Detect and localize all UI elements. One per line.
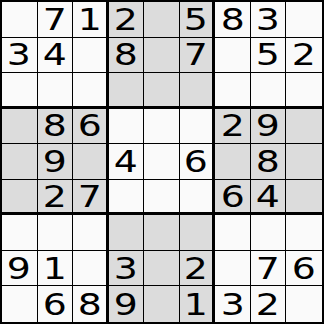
digit: 8: [77, 289, 101, 320]
cell-r9c6[interactable]: 1: [180, 286, 216, 322]
cell-r9c1[interactable]: [2, 286, 38, 322]
cell-r4c8[interactable]: 9: [251, 109, 287, 145]
cell-r3c4[interactable]: [109, 73, 145, 109]
cell-r1c3[interactable]: 1: [73, 2, 109, 38]
cell-r8c7[interactable]: [215, 251, 251, 287]
cell-r4c7[interactable]: 2: [215, 109, 251, 145]
cell-r8c1[interactable]: 9: [2, 251, 38, 287]
cell-r9c4[interactable]: 9: [109, 286, 145, 322]
digit: 6: [292, 253, 316, 284]
cell-r7c7[interactable]: [215, 215, 251, 251]
cell-r5c7[interactable]: [215, 144, 251, 180]
cell-r9c9[interactable]: [286, 286, 322, 322]
cell-r3c2[interactable]: [38, 73, 74, 109]
digit: 8: [43, 110, 67, 141]
cell-r9c3[interactable]: 8: [73, 286, 109, 322]
cell-r1c9[interactable]: [286, 2, 322, 38]
cell-r8c2[interactable]: 1: [38, 251, 74, 287]
cell-r3c8[interactable]: [251, 73, 287, 109]
digit: 2: [292, 39, 316, 70]
sudoku-board: 712583348752862994682764913276689132: [0, 0, 324, 324]
digit: 9: [114, 289, 138, 320]
cell-r6c9[interactable]: [286, 180, 322, 216]
digit: 6: [43, 289, 67, 320]
cell-r1c6[interactable]: 5: [180, 2, 216, 38]
cell-r3c5[interactable]: [144, 73, 180, 109]
digit: 3: [221, 289, 245, 320]
digit: 4: [43, 39, 67, 70]
cell-r2c8[interactable]: 5: [251, 38, 287, 74]
cell-r5c4[interactable]: 4: [109, 144, 145, 180]
cell-r4c9[interactable]: [286, 109, 322, 145]
digit: 2: [43, 181, 67, 212]
cell-r3c9[interactable]: [286, 73, 322, 109]
cell-r2c9[interactable]: 2: [286, 38, 322, 74]
cell-r1c7[interactable]: 8: [215, 2, 251, 38]
cell-r2c1[interactable]: 3: [2, 38, 38, 74]
digit: 7: [43, 4, 67, 35]
digit: 1: [184, 289, 208, 320]
cell-r3c7[interactable]: [215, 73, 251, 109]
digit: 3: [114, 253, 138, 284]
digit: 5: [256, 39, 280, 70]
cell-r6c2[interactable]: 2: [38, 180, 74, 216]
cell-r3c6[interactable]: [180, 73, 216, 109]
cell-r1c2[interactable]: 7: [38, 2, 74, 38]
digit: 2: [114, 4, 138, 35]
digit: 7: [184, 39, 208, 70]
cell-r4c6[interactable]: [180, 109, 216, 145]
cell-r7c2[interactable]: [38, 215, 74, 251]
cell-r6c7[interactable]: 6: [215, 180, 251, 216]
cell-r2c3[interactable]: [73, 38, 109, 74]
cell-r7c4[interactable]: [109, 215, 145, 251]
cell-r5c1[interactable]: [2, 144, 38, 180]
cell-r9c8[interactable]: 2: [251, 286, 287, 322]
cell-r6c6[interactable]: [180, 180, 216, 216]
cell-r4c3[interactable]: 6: [73, 109, 109, 145]
digit: 6: [184, 146, 208, 177]
digit: 6: [77, 110, 101, 141]
cell-r8c9[interactable]: 6: [286, 251, 322, 287]
cell-r5c9[interactable]: [286, 144, 322, 180]
cell-r5c2[interactable]: 9: [38, 144, 74, 180]
digit: 9: [7, 253, 31, 284]
cell-r2c5[interactable]: [144, 38, 180, 74]
digit: 8: [256, 146, 280, 177]
cell-r2c4[interactable]: 8: [109, 38, 145, 74]
digit: 9: [43, 146, 67, 177]
cell-r5c8[interactable]: 8: [251, 144, 287, 180]
digit: 8: [114, 39, 138, 70]
cell-r3c1[interactable]: [2, 73, 38, 109]
cell-r1c4[interactable]: 2: [109, 2, 145, 38]
digit: 4: [256, 181, 280, 212]
cell-r6c8[interactable]: 4: [251, 180, 287, 216]
cell-r1c8[interactable]: 3: [251, 2, 287, 38]
cell-r4c2[interactable]: 8: [38, 109, 74, 145]
digit: 7: [77, 181, 101, 212]
digit: 1: [77, 4, 101, 35]
digit: 3: [7, 39, 31, 70]
cell-r7c3[interactable]: [73, 215, 109, 251]
cell-r8c3[interactable]: [73, 251, 109, 287]
cell-r1c1[interactable]: [2, 2, 38, 38]
digit: 4: [114, 146, 138, 177]
cell-r9c2[interactable]: 6: [38, 286, 74, 322]
digit: 6: [221, 181, 245, 212]
cell-r7c6[interactable]: [180, 215, 216, 251]
cell-r6c4[interactable]: [109, 180, 145, 216]
digit: 2: [184, 253, 208, 284]
cell-r7c1[interactable]: [2, 215, 38, 251]
cell-r8c8[interactable]: 7: [251, 251, 287, 287]
digit: 8: [221, 4, 245, 35]
digit: 2: [221, 110, 245, 141]
cell-r5c6[interactable]: 6: [180, 144, 216, 180]
cell-r3c3[interactable]: [73, 73, 109, 109]
digit: 3: [256, 4, 280, 35]
cell-r8c4[interactable]: 3: [109, 251, 145, 287]
cell-r8c5[interactable]: [144, 251, 180, 287]
cell-r4c4[interactable]: [109, 109, 145, 145]
cell-r7c5[interactable]: [144, 215, 180, 251]
cell-r4c5[interactable]: [144, 109, 180, 145]
digit: 9: [256, 110, 280, 141]
cell-r9c7[interactable]: 3: [215, 286, 251, 322]
digit: 7: [256, 253, 280, 284]
cell-r2c2[interactable]: 4: [38, 38, 74, 74]
cell-r1c5[interactable]: [144, 2, 180, 38]
cell-r4c1[interactable]: [2, 109, 38, 145]
cell-r9c5[interactable]: [144, 286, 180, 322]
cell-r6c5[interactable]: [144, 180, 180, 216]
cell-r6c3[interactable]: 7: [73, 180, 109, 216]
cell-r5c3[interactable]: [73, 144, 109, 180]
cell-r2c7[interactable]: [215, 38, 251, 74]
cell-r6c1[interactable]: [2, 180, 38, 216]
cell-r5c5[interactable]: [144, 144, 180, 180]
cell-r7c8[interactable]: [251, 215, 287, 251]
cell-r2c6[interactable]: 7: [180, 38, 216, 74]
digit: 5: [184, 4, 208, 35]
cell-r8c6[interactable]: 2: [180, 251, 216, 287]
digit: 1: [43, 253, 67, 284]
digit: 2: [256, 289, 280, 320]
cell-r7c9[interactable]: [286, 215, 322, 251]
